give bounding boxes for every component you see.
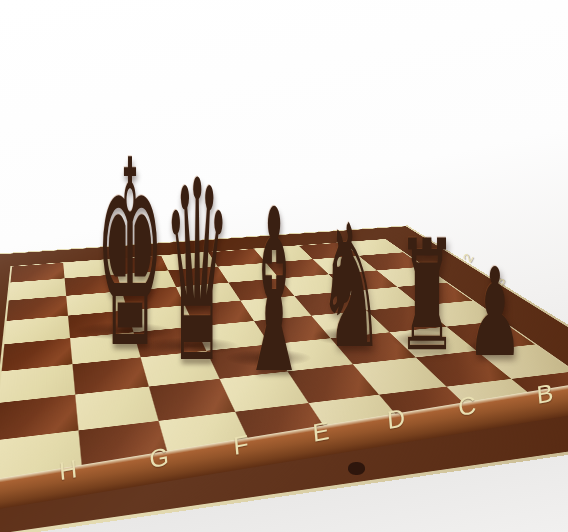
piece-rook-c6: ♜	[397, 220, 457, 373]
file-label-e: E	[312, 416, 331, 448]
piece-queen-f3: ♛	[163, 148, 230, 398]
file-label-g: G	[148, 442, 170, 475]
file-label-h: H	[58, 454, 78, 486]
clasp-mark	[348, 462, 365, 475]
file-label-d: D	[386, 403, 406, 435]
piece-bishop-e4: ♝	[240, 180, 309, 405]
piece-pawn-b7: ♟	[467, 252, 524, 374]
file-label-c: C	[457, 390, 477, 422]
piece-knight-d5: ♞	[317, 202, 384, 372]
file-label-f: F	[232, 429, 250, 461]
scene: HGFEDCB23 ♚♛♝♞♜♟	[0, 0, 568, 532]
piece-king-g2: ♚	[95, 127, 164, 384]
file-label-b: B	[536, 378, 555, 410]
